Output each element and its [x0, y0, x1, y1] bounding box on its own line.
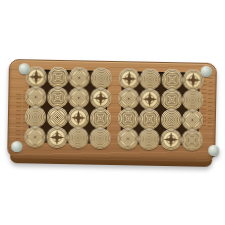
corner-pin-bottom-right [208, 145, 219, 156]
disc-diamond[interactable] [24, 126, 45, 147]
disc-diamond[interactable] [118, 88, 139, 109]
disc-star[interactable] [90, 87, 111, 108]
disc-circles[interactable] [139, 68, 160, 89]
disc-diamond[interactable] [68, 67, 89, 88]
disc-squares[interactable] [161, 68, 182, 89]
disc-squares[interactable] [47, 66, 68, 87]
disc-circles[interactable] [25, 106, 46, 127]
game-board [7, 59, 217, 168]
engraved-text-left [15, 94, 21, 140]
disc-squares[interactable] [181, 129, 202, 150]
corner-pin-top-right [200, 66, 211, 77]
disc-star[interactable] [118, 68, 139, 89]
disc-squares[interactable] [89, 107, 110, 128]
disc-squares[interactable] [139, 108, 160, 129]
disc-diamond[interactable] [46, 106, 67, 127]
board-face [7, 59, 217, 162]
disc-squares[interactable] [117, 108, 138, 129]
disc-circles[interactable] [160, 108, 181, 129]
disc-diamond[interactable] [68, 87, 89, 108]
corner-pin-top-left [19, 63, 30, 74]
disc-star[interactable] [46, 126, 67, 147]
engraved-text-right [208, 78, 213, 128]
disc-grid [10, 60, 216, 64]
disc-diamond[interactable] [25, 86, 46, 107]
disc-circles[interactable] [89, 127, 110, 148]
disc-star[interactable] [139, 88, 160, 109]
disc-circles[interactable] [67, 127, 88, 148]
disc-circles[interactable] [138, 128, 159, 149]
disc-circles[interactable] [90, 67, 111, 88]
corner-pin-bottom-left [11, 141, 22, 152]
disc-star[interactable] [68, 107, 89, 128]
product-photo [0, 0, 225, 225]
disc-star[interactable] [160, 128, 181, 149]
disc-diamond[interactable] [117, 128, 138, 149]
disc-squares[interactable] [47, 86, 68, 107]
disc-diamond[interactable] [182, 109, 203, 130]
disc-circles[interactable] [182, 89, 203, 110]
disc-squares[interactable] [161, 88, 182, 109]
